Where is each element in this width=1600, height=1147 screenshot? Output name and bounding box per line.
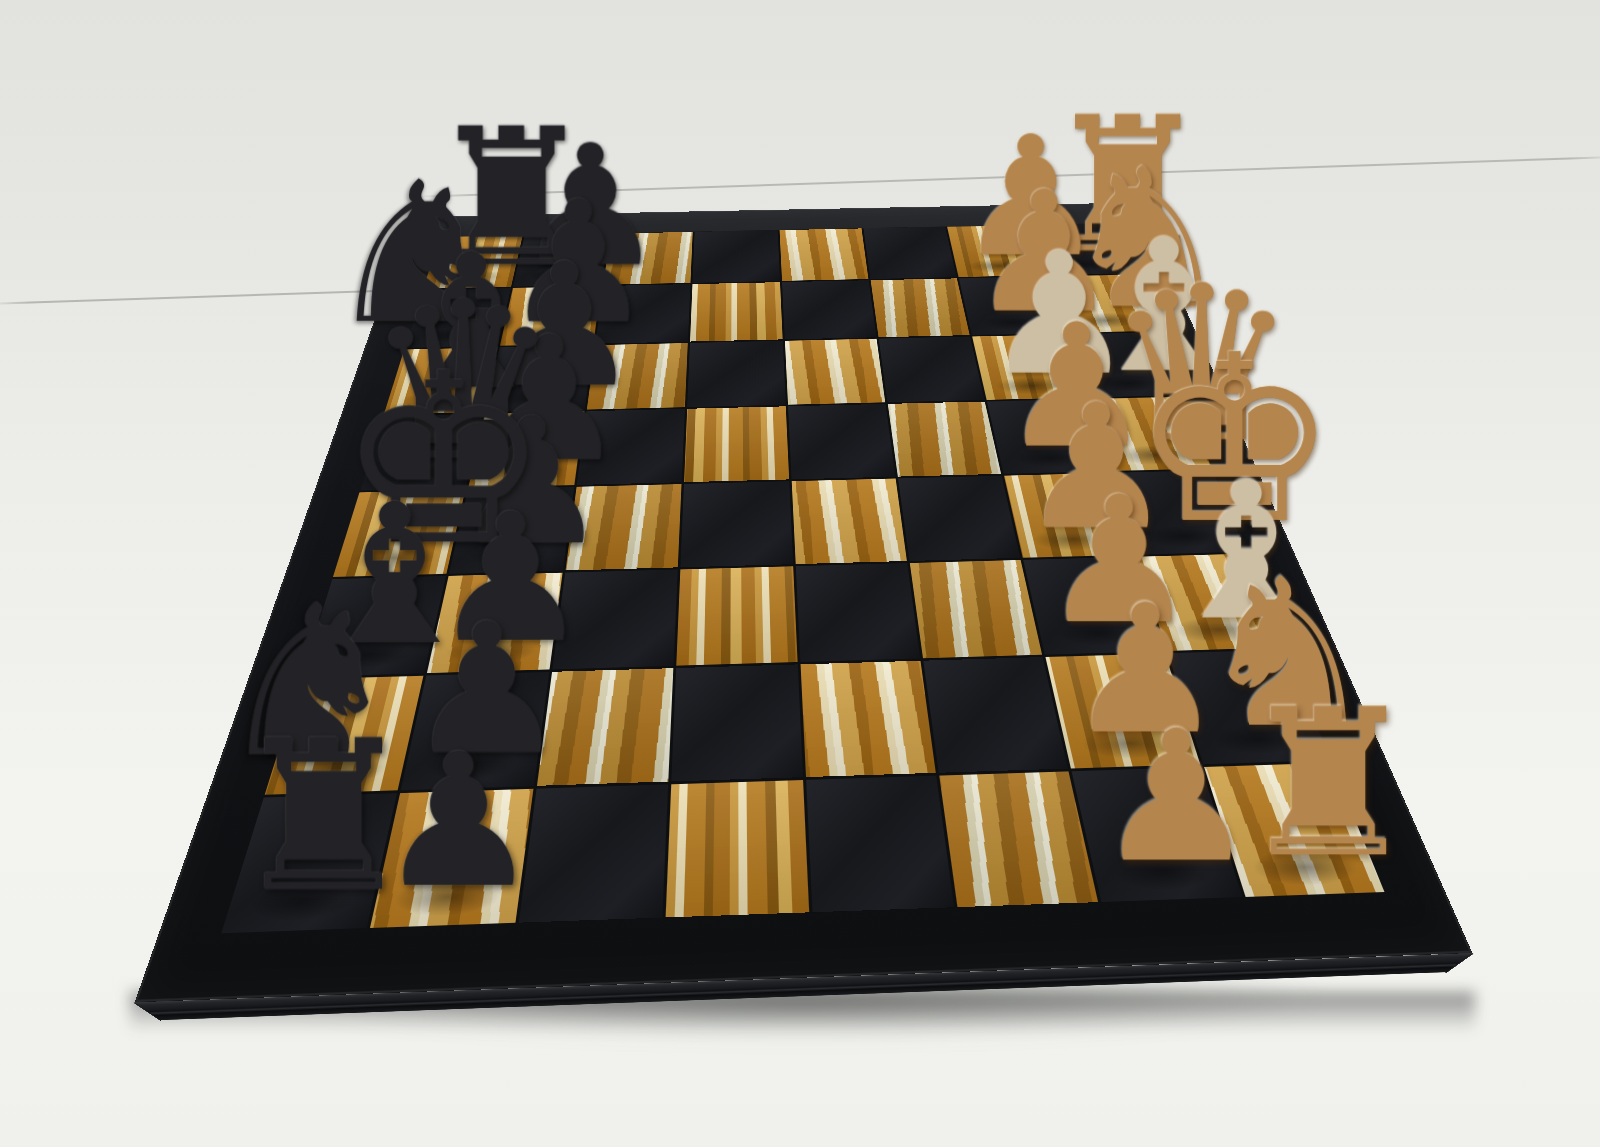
square-g5[interactable]: [672, 665, 803, 781]
square-h6[interactable]: [519, 784, 669, 923]
square-d3[interactable]: [888, 402, 1002, 477]
square-h5[interactable]: [666, 780, 809, 918]
square-e3[interactable]: [898, 475, 1020, 560]
photo-scene: ♜♟♟♜♞♟♟♞♝♟♟♝♛♟♟♛♚♟♟♚♝♟♟♝♞♟♟♞♜♟♟♜: [0, 0, 1600, 1147]
white-rook-h1[interactable]: ♜: [1237, 697, 1376, 870]
square-h2[interactable]: ♟: [1072, 767, 1242, 902]
white-pawn-h2[interactable]: ♟: [1096, 721, 1235, 875]
square-a4[interactable]: [779, 228, 868, 281]
square-f4[interactable]: [795, 563, 920, 662]
black-rook-h8[interactable]: ♜: [230, 728, 372, 905]
square-h8[interactable]: ♜: [221, 793, 397, 933]
square-a5[interactable]: [693, 230, 780, 283]
square-d4[interactable]: [788, 404, 896, 479]
chess-board: ♜♟♟♜♞♟♟♞♝♟♟♝♛♟♟♛♚♟♟♚♝♟♟♝♞♟♟♞♜♟♟♜: [135, 203, 1473, 1003]
square-c5[interactable]: [687, 341, 785, 407]
square-f5[interactable]: [676, 566, 797, 666]
square-h3[interactable]: [939, 771, 1098, 907]
square-e5[interactable]: [681, 481, 793, 567]
square-g4[interactable]: [800, 661, 936, 777]
square-b5[interactable]: [690, 282, 782, 341]
square-b4[interactable]: [782, 280, 877, 339]
square-f3[interactable]: [910, 560, 1043, 659]
board-grid: ♜♟♟♜♞♟♟♞♝♟♟♝♛♟♟♛♚♟♟♚♝♟♟♝♞♟♟♞♜♟♟♜: [221, 223, 1384, 933]
square-b3[interactable]: [871, 279, 970, 338]
square-h4[interactable]: [806, 775, 954, 912]
square-c4[interactable]: [785, 339, 886, 405]
square-g3[interactable]: [923, 657, 1068, 772]
square-e4[interactable]: [791, 478, 906, 564]
square-a3[interactable]: [863, 227, 956, 279]
square-d5[interactable]: [684, 406, 789, 481]
square-c3[interactable]: [879, 336, 985, 402]
